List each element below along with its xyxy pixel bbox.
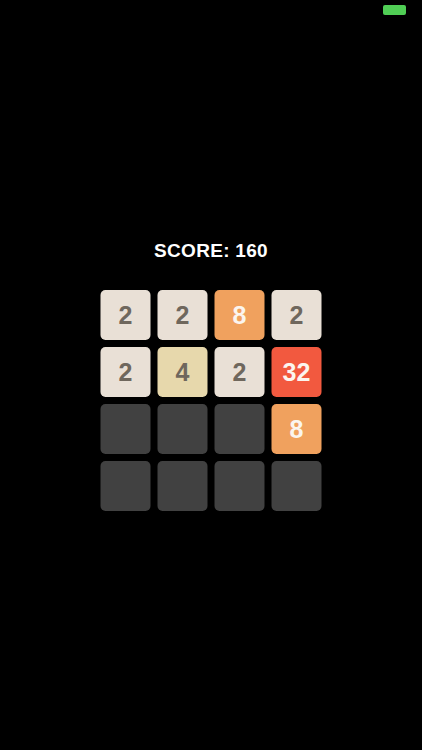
tile-2-r1c4: 2 <box>272 290 322 340</box>
empty-cell-r3c3 <box>215 404 265 454</box>
status-bar <box>0 0 422 20</box>
empty-cell-r3c1 <box>101 404 151 454</box>
empty-cell-r4c2 <box>158 461 208 511</box>
tile-32-r2c4: 32 <box>272 347 322 397</box>
battery-full-icon <box>383 5 406 15</box>
score-label: SCORE: 160 <box>0 240 422 262</box>
empty-cell-r3c2 <box>158 404 208 454</box>
tile-2-r1c1: 2 <box>101 290 151 340</box>
tile-2-r2c1: 2 <box>101 347 151 397</box>
empty-cell-r4c4 <box>272 461 322 511</box>
app-screen: SCORE: 160 2282242328 <box>0 0 422 750</box>
board-grid[interactable]: 2282242328 <box>101 290 322 511</box>
empty-cell-r4c1 <box>101 461 151 511</box>
empty-cell-r4c3 <box>215 461 265 511</box>
tile-2-r1c2: 2 <box>158 290 208 340</box>
tile-2-r2c3: 2 <box>215 347 265 397</box>
tile-8-r3c4: 8 <box>272 404 322 454</box>
tile-4-r2c2: 4 <box>158 347 208 397</box>
tile-8-r1c3: 8 <box>215 290 265 340</box>
